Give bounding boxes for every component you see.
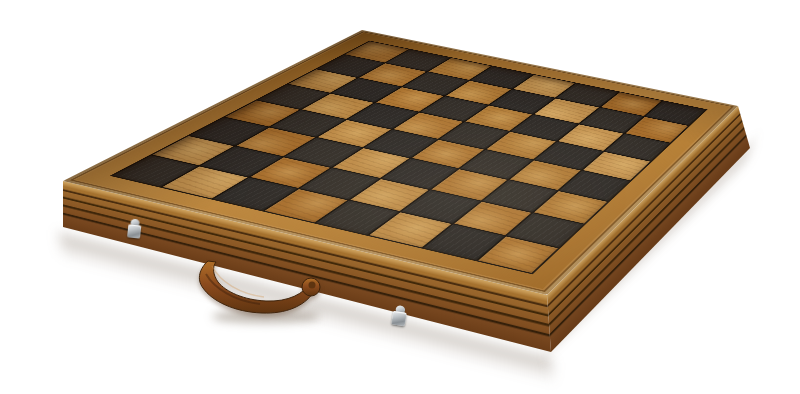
latch-plate [127, 224, 141, 238]
clasp-latch-left [127, 218, 142, 238]
latch-plate [391, 311, 407, 327]
chessboard-product-photo [0, 0, 800, 394]
carry-handle [196, 256, 328, 318]
